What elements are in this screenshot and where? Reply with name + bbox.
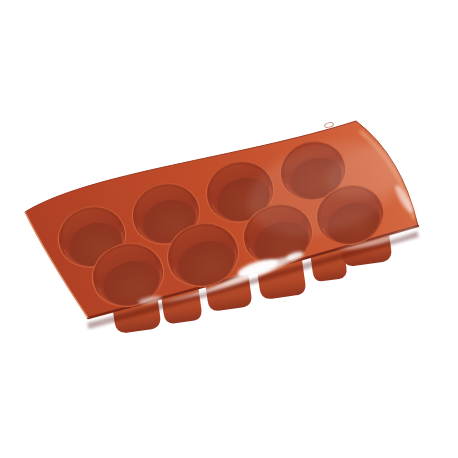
- product-photo: [0, 0, 458, 458]
- muffin-mold-image: [0, 0, 458, 458]
